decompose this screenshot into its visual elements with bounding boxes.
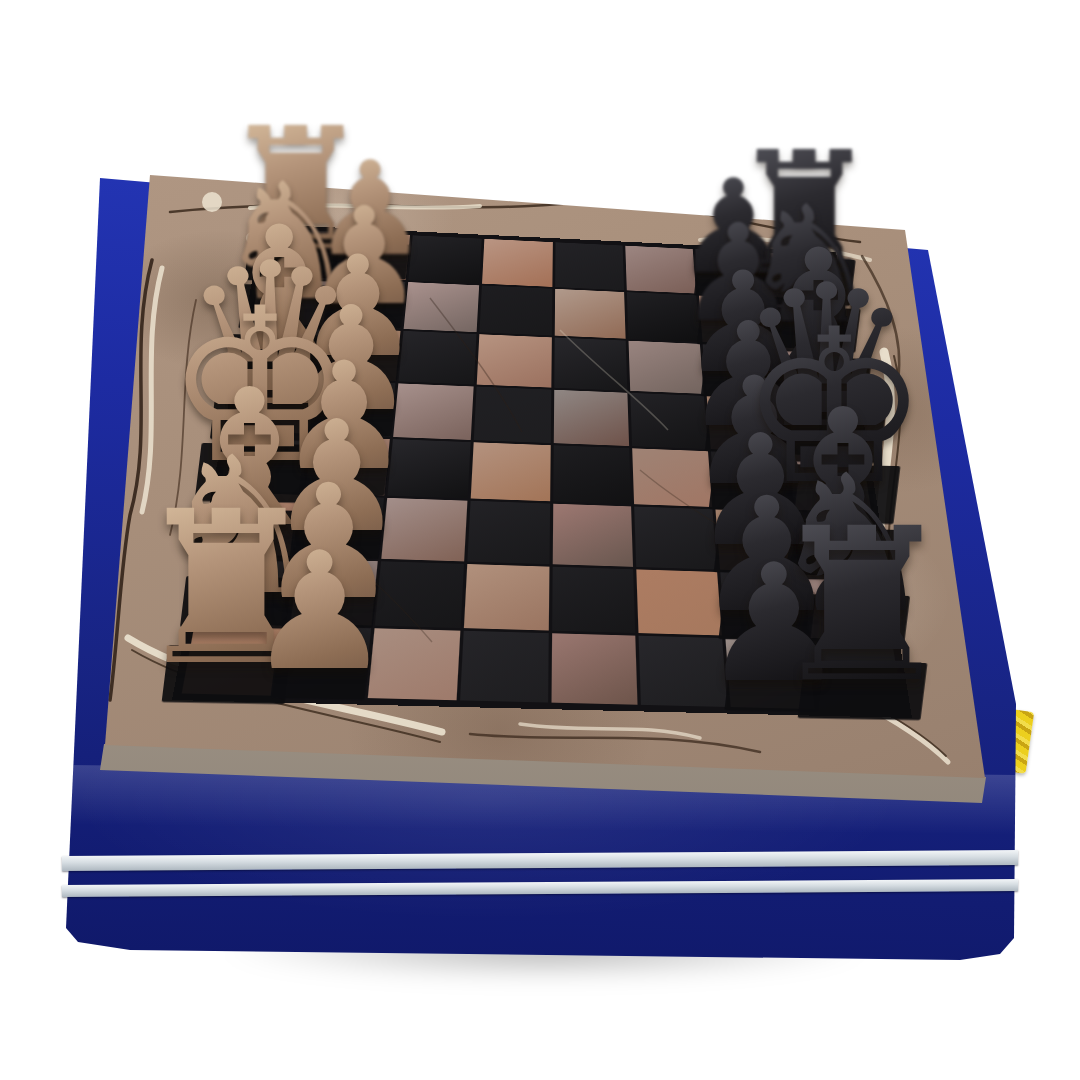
chess-set-product-photo: ♜♟♟♜♞♟♟♞♝♟♟♝♛♟♟♛♚♟♟♚♝♟♟♝♞♟♟♞♜♟♟♜	[0, 0, 1080, 1080]
piece-white-pawn: ♟	[238, 531, 401, 694]
chess-pieces: ♜♟♟♜♞♟♟♞♝♟♟♝♛♟♟♛♚♟♟♚♝♟♟♝♞♟♟♞♜♟♟♜	[0, 0, 1080, 1080]
piece-black-rook: ♜	[756, 501, 967, 712]
